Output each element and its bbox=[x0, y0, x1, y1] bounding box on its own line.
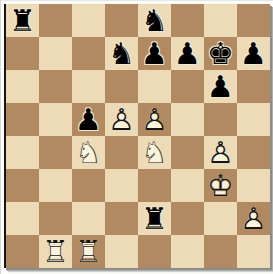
white-pawn-icon: ♙ bbox=[204, 136, 237, 169]
square-e4[interactable]: ♞♘ bbox=[138, 136, 171, 169]
square-b5[interactable] bbox=[39, 103, 72, 136]
black-pawn-icon: ♟ bbox=[204, 70, 237, 103]
square-b4[interactable] bbox=[39, 136, 72, 169]
square-a3[interactable] bbox=[6, 169, 39, 202]
white-knight[interactable]: ♞♘ bbox=[138, 136, 171, 169]
square-g6[interactable]: ♟ bbox=[204, 70, 237, 103]
square-e2[interactable]: ♜ bbox=[138, 202, 171, 235]
square-e3[interactable] bbox=[138, 169, 171, 202]
chess-board: ♜♞♞♟♟♚♟♟♟♟♙♟♙♞♘♞♘♟♙♚♔♜♟♙♜♖♜♖ bbox=[4, 4, 270, 268]
white-rook[interactable]: ♜♖ bbox=[72, 235, 105, 268]
square-d6[interactable] bbox=[105, 70, 138, 103]
square-c7[interactable] bbox=[72, 37, 105, 70]
square-c3[interactable] bbox=[72, 169, 105, 202]
square-f7[interactable]: ♟ bbox=[171, 37, 204, 70]
square-e1[interactable] bbox=[138, 235, 171, 268]
square-a8[interactable]: ♜ bbox=[6, 4, 39, 37]
square-e7[interactable]: ♟ bbox=[138, 37, 171, 70]
square-b1[interactable]: ♜♖ bbox=[39, 235, 72, 268]
white-king[interactable]: ♚♔ bbox=[204, 169, 237, 202]
square-d1[interactable] bbox=[105, 235, 138, 268]
square-g5[interactable] bbox=[204, 103, 237, 136]
square-d8[interactable] bbox=[105, 4, 138, 37]
black-pawn[interactable]: ♟ bbox=[171, 37, 204, 70]
white-knight[interactable]: ♞♘ bbox=[72, 136, 105, 169]
square-a7[interactable] bbox=[6, 37, 39, 70]
square-h2[interactable]: ♟♙ bbox=[237, 202, 270, 235]
white-pawn[interactable]: ♟♙ bbox=[204, 136, 237, 169]
white-knight-icon: ♘ bbox=[72, 136, 105, 169]
square-c4[interactable]: ♞♘ bbox=[72, 136, 105, 169]
black-pawn-icon: ♟ bbox=[171, 37, 204, 70]
square-h3[interactable] bbox=[237, 169, 270, 202]
square-h6[interactable] bbox=[237, 70, 270, 103]
square-e8[interactable]: ♞ bbox=[138, 4, 171, 37]
square-f4[interactable] bbox=[171, 136, 204, 169]
square-e6[interactable] bbox=[138, 70, 171, 103]
square-h5[interactable] bbox=[237, 103, 270, 136]
square-b7[interactable] bbox=[39, 37, 72, 70]
square-c8[interactable] bbox=[72, 4, 105, 37]
black-king[interactable]: ♚ bbox=[204, 37, 237, 70]
square-a4[interactable] bbox=[6, 136, 39, 169]
square-d2[interactable] bbox=[105, 202, 138, 235]
white-rook-fill: ♜ bbox=[72, 235, 105, 268]
black-rook[interactable]: ♜ bbox=[138, 202, 171, 235]
square-b3[interactable] bbox=[39, 169, 72, 202]
board-frame: ♜♞♞♟♟♚♟♟♟♟♙♟♙♞♘♞♘♟♙♚♔♜♟♙♜♖♜♖ bbox=[0, 0, 273, 274]
square-h7[interactable]: ♟ bbox=[237, 37, 270, 70]
white-king-icon: ♔ bbox=[204, 169, 237, 202]
square-b2[interactable] bbox=[39, 202, 72, 235]
square-c5[interactable]: ♟ bbox=[72, 103, 105, 136]
square-f8[interactable] bbox=[171, 4, 204, 37]
black-rook-icon: ♜ bbox=[138, 202, 171, 235]
square-b6[interactable] bbox=[39, 70, 72, 103]
square-c1[interactable]: ♜♖ bbox=[72, 235, 105, 268]
white-pawn-fill: ♟ bbox=[105, 103, 138, 136]
white-knight-icon: ♘ bbox=[138, 136, 171, 169]
white-pawn-icon: ♙ bbox=[105, 103, 138, 136]
square-f2[interactable] bbox=[171, 202, 204, 235]
black-pawn[interactable]: ♟ bbox=[237, 37, 270, 70]
white-king-fill: ♚ bbox=[204, 169, 237, 202]
black-king-icon: ♚ bbox=[204, 37, 237, 70]
square-g2[interactable] bbox=[204, 202, 237, 235]
square-a1[interactable] bbox=[6, 235, 39, 268]
black-pawn[interactable]: ♟ bbox=[72, 103, 105, 136]
white-pawn-icon: ♙ bbox=[138, 103, 171, 136]
square-b8[interactable] bbox=[39, 4, 72, 37]
square-g3[interactable]: ♚♔ bbox=[204, 169, 237, 202]
square-h8[interactable] bbox=[237, 4, 270, 37]
square-d4[interactable] bbox=[105, 136, 138, 169]
white-pawn-icon: ♙ bbox=[237, 202, 270, 235]
white-rook-icon: ♖ bbox=[39, 235, 72, 268]
black-pawn[interactable]: ♟ bbox=[204, 70, 237, 103]
white-knight-fill: ♞ bbox=[138, 136, 171, 169]
white-rook-fill: ♜ bbox=[39, 235, 72, 268]
square-c6[interactable] bbox=[72, 70, 105, 103]
black-pawn[interactable]: ♟ bbox=[138, 37, 171, 70]
black-pawn-icon: ♟ bbox=[237, 37, 270, 70]
black-rook[interactable]: ♜ bbox=[6, 4, 39, 37]
black-knight-icon: ♞ bbox=[138, 4, 171, 37]
square-g1[interactable] bbox=[204, 235, 237, 268]
white-rook-icon: ♖ bbox=[72, 235, 105, 268]
square-g7[interactable]: ♚ bbox=[204, 37, 237, 70]
square-f6[interactable] bbox=[171, 70, 204, 103]
white-pawn[interactable]: ♟♙ bbox=[105, 103, 138, 136]
white-pawn-fill: ♟ bbox=[138, 103, 171, 136]
square-h4[interactable] bbox=[237, 136, 270, 169]
square-f1[interactable] bbox=[171, 235, 204, 268]
square-f5[interactable] bbox=[171, 103, 204, 136]
white-rook[interactable]: ♜♖ bbox=[39, 235, 72, 268]
white-knight-fill: ♞ bbox=[72, 136, 105, 169]
black-knight[interactable]: ♞ bbox=[138, 4, 171, 37]
white-pawn-fill: ♟ bbox=[237, 202, 270, 235]
white-pawn[interactable]: ♟♙ bbox=[138, 103, 171, 136]
black-knight-icon: ♞ bbox=[105, 37, 138, 70]
square-c2[interactable] bbox=[72, 202, 105, 235]
square-g8[interactable] bbox=[204, 4, 237, 37]
black-knight[interactable]: ♞ bbox=[105, 37, 138, 70]
square-d7[interactable]: ♞ bbox=[105, 37, 138, 70]
black-pawn-icon: ♟ bbox=[72, 103, 105, 136]
square-d3[interactable] bbox=[105, 169, 138, 202]
square-h1[interactable] bbox=[237, 235, 270, 268]
black-pawn-icon: ♟ bbox=[138, 37, 171, 70]
square-a6[interactable] bbox=[6, 70, 39, 103]
square-d5[interactable]: ♟♙ bbox=[105, 103, 138, 136]
square-f3[interactable] bbox=[171, 169, 204, 202]
black-rook-icon: ♜ bbox=[6, 4, 39, 37]
square-a5[interactable] bbox=[6, 103, 39, 136]
square-e5[interactable]: ♟♙ bbox=[138, 103, 171, 136]
white-pawn[interactable]: ♟♙ bbox=[237, 202, 270, 235]
white-pawn-fill: ♟ bbox=[204, 136, 237, 169]
square-a2[interactable] bbox=[6, 202, 39, 235]
square-g4[interactable]: ♟♙ bbox=[204, 136, 237, 169]
